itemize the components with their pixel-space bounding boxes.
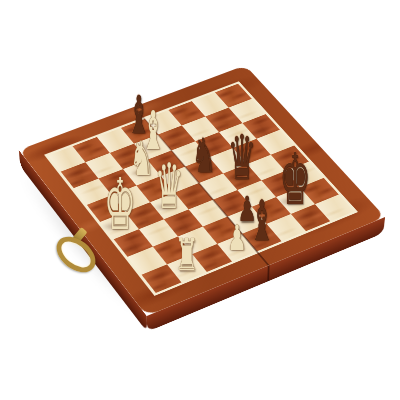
scene [0,0,400,400]
brass-clasp [50,228,110,278]
fold-seam-side [267,265,269,282]
chess-case-top [19,65,385,316]
clasp-ring-icon [50,230,103,280]
chess-set-photo: ♝♝♞♞♛♛♚♚♟♝♟♜ [0,0,400,400]
